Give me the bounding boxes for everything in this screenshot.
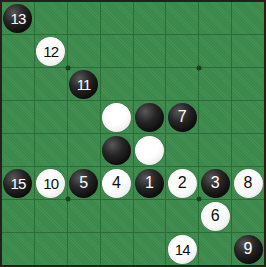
cell-c3[interactable]: 11 [68,68,100,100]
stone-black-setup-e4 [135,103,164,132]
cell-d5[interactable] [101,134,133,166]
cell-d8[interactable] [101,233,133,265]
cell-g2[interactable] [199,35,231,67]
cell-h8[interactable]: 9 [232,233,264,265]
cell-a7[interactable] [2,200,34,232]
star-point-top-left [65,65,70,70]
cell-b4[interactable] [35,101,67,133]
cell-f6[interactable]: 2 [166,167,198,199]
cell-e6[interactable]: 1 [134,167,166,199]
cell-b8[interactable] [35,233,67,265]
cell-a5[interactable] [2,134,34,166]
cell-d6[interactable]: 4 [101,167,133,199]
cell-e1[interactable] [134,2,166,34]
cell-a3[interactable] [2,68,34,100]
cell-c6[interactable]: 5 [68,167,100,199]
cell-g8[interactable] [199,233,231,265]
star-point-bottom-left [65,197,70,202]
cell-f7[interactable] [166,200,198,232]
cell-a1[interactable]: 13 [2,2,34,34]
cell-d1[interactable] [101,2,133,34]
stone-black-move-13-a1: 13 [3,4,32,33]
cell-e5[interactable] [134,134,166,166]
cell-f4[interactable]: 7 [166,101,198,133]
stone-black-move-1-e6: 1 [135,169,164,198]
star-point-top-right [196,65,201,70]
cell-c2[interactable] [68,35,100,67]
cell-b1[interactable] [35,2,67,34]
cell-h1[interactable] [232,2,264,34]
stone-white-move-12-b2: 12 [36,37,65,66]
cell-c1[interactable] [68,2,100,34]
stone-black-move-5-c6: 5 [69,169,98,198]
cell-a6[interactable]: 15 [2,167,34,199]
stone-white-setup-d4 [102,103,131,132]
cell-c4[interactable] [68,101,100,133]
cell-g3[interactable] [199,68,231,100]
cell-f3[interactable] [166,68,198,100]
cell-d4[interactable] [101,101,133,133]
cell-g5[interactable] [199,134,231,166]
cell-h3[interactable] [232,68,264,100]
cell-g7[interactable]: 6 [199,200,231,232]
cell-e2[interactable] [134,35,166,67]
cell-b2[interactable]: 12 [35,35,67,67]
stone-black-move-15-a6: 15 [3,169,32,198]
stone-black-move-9-h8: 9 [234,235,263,264]
cell-f8[interactable]: 14 [166,233,198,265]
stone-black-move-7-f4: 7 [168,103,197,132]
cell-e7[interactable] [134,200,166,232]
cell-c5[interactable] [68,134,100,166]
cell-a8[interactable] [2,233,34,265]
cell-b5[interactable] [35,134,67,166]
cell-e3[interactable] [134,68,166,100]
cell-h5[interactable] [232,134,264,166]
cell-e4[interactable] [134,101,166,133]
othello-board-frame: 131211715105412386149 [0,0,266,267]
stone-white-move-2-f6: 2 [168,169,197,198]
cell-a4[interactable] [2,101,34,133]
stone-white-move-10-b6: 10 [36,169,65,198]
cell-h7[interactable] [232,200,264,232]
cell-b3[interactable] [35,68,67,100]
cell-f1[interactable] [166,2,198,34]
cell-g4[interactable] [199,101,231,133]
stone-white-setup-e5 [135,136,164,165]
cell-d7[interactable] [101,200,133,232]
cell-e8[interactable] [134,233,166,265]
stone-white-move-4-d6: 4 [102,169,131,198]
cell-d3[interactable] [101,68,133,100]
star-point-bottom-right [196,197,201,202]
cell-g6[interactable]: 3 [199,167,231,199]
stone-black-setup-d5 [102,136,131,165]
cell-c8[interactable] [68,233,100,265]
cell-b7[interactable] [35,200,67,232]
cell-h4[interactable] [232,101,264,133]
cell-b6[interactable]: 10 [35,167,67,199]
cell-a2[interactable] [2,35,34,67]
stone-black-move-11-c3: 11 [69,70,98,99]
stone-white-move-8-h6: 8 [234,169,263,198]
cell-d2[interactable] [101,35,133,67]
stone-white-move-6-g7: 6 [201,202,230,231]
cell-h2[interactable] [232,35,264,67]
cell-f5[interactable] [166,134,198,166]
cell-g1[interactable] [199,2,231,34]
cell-c7[interactable] [68,200,100,232]
stone-black-move-3-g6: 3 [201,169,230,198]
othello-board: 131211715105412386149 [2,2,264,265]
cell-f2[interactable] [166,35,198,67]
cell-h6[interactable]: 8 [232,167,264,199]
stone-white-move-14-f8: 14 [168,235,197,264]
